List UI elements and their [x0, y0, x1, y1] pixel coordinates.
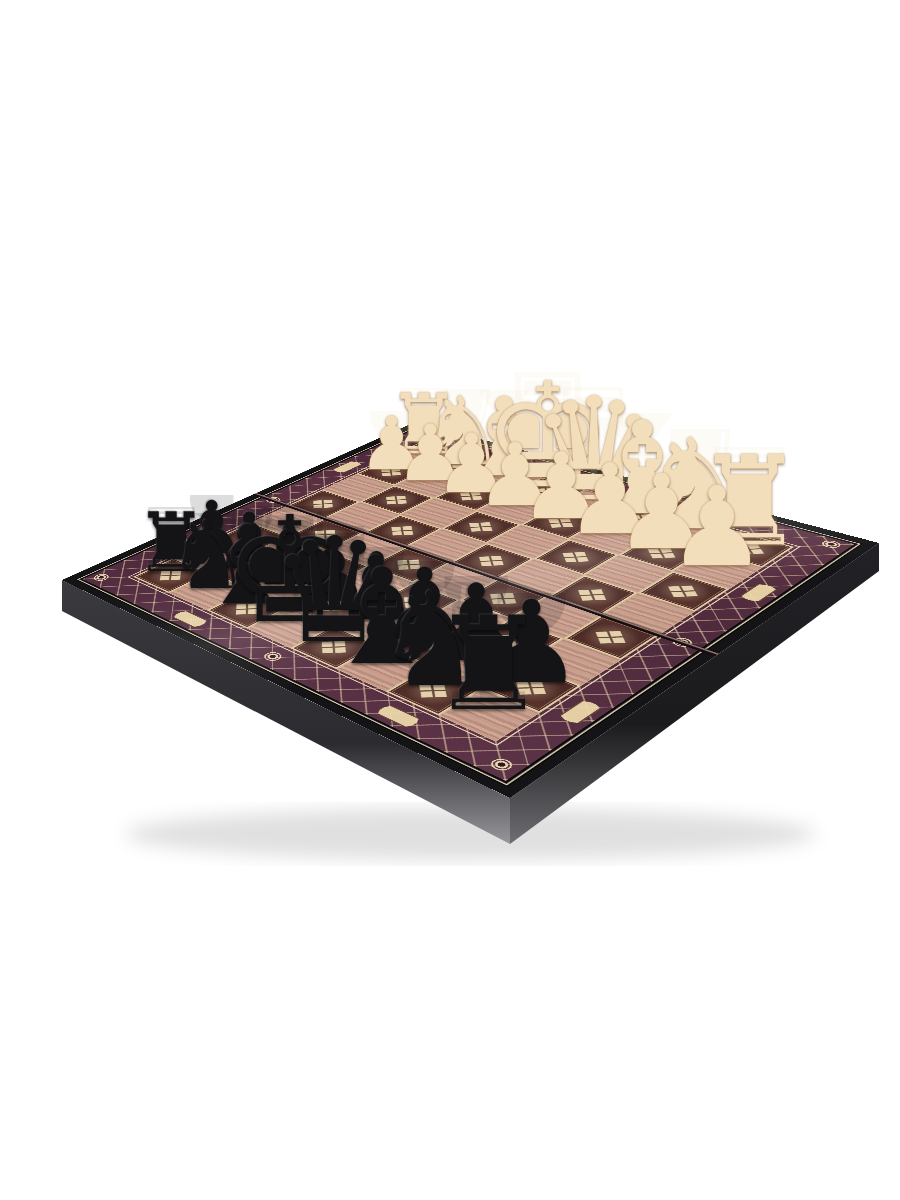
- piece-white-pawn-a2[interactable]: ♟: [668, 472, 767, 582]
- border-eye-motif: [90, 572, 112, 582]
- border-eye-motif: [818, 539, 845, 550]
- product-photo-scene: ❖❖❖❖❖❖❖❖❖❖❖❖❖❖❖❖❖❖❖❖❖❖❖❖❖❖❖❖❖❖❖❖ ♜♜♞♞♝♝♛…: [0, 0, 900, 1200]
- border-eye-motif: [486, 756, 518, 774]
- piece-black-rook-a8[interactable]: ♜: [431, 600, 547, 730]
